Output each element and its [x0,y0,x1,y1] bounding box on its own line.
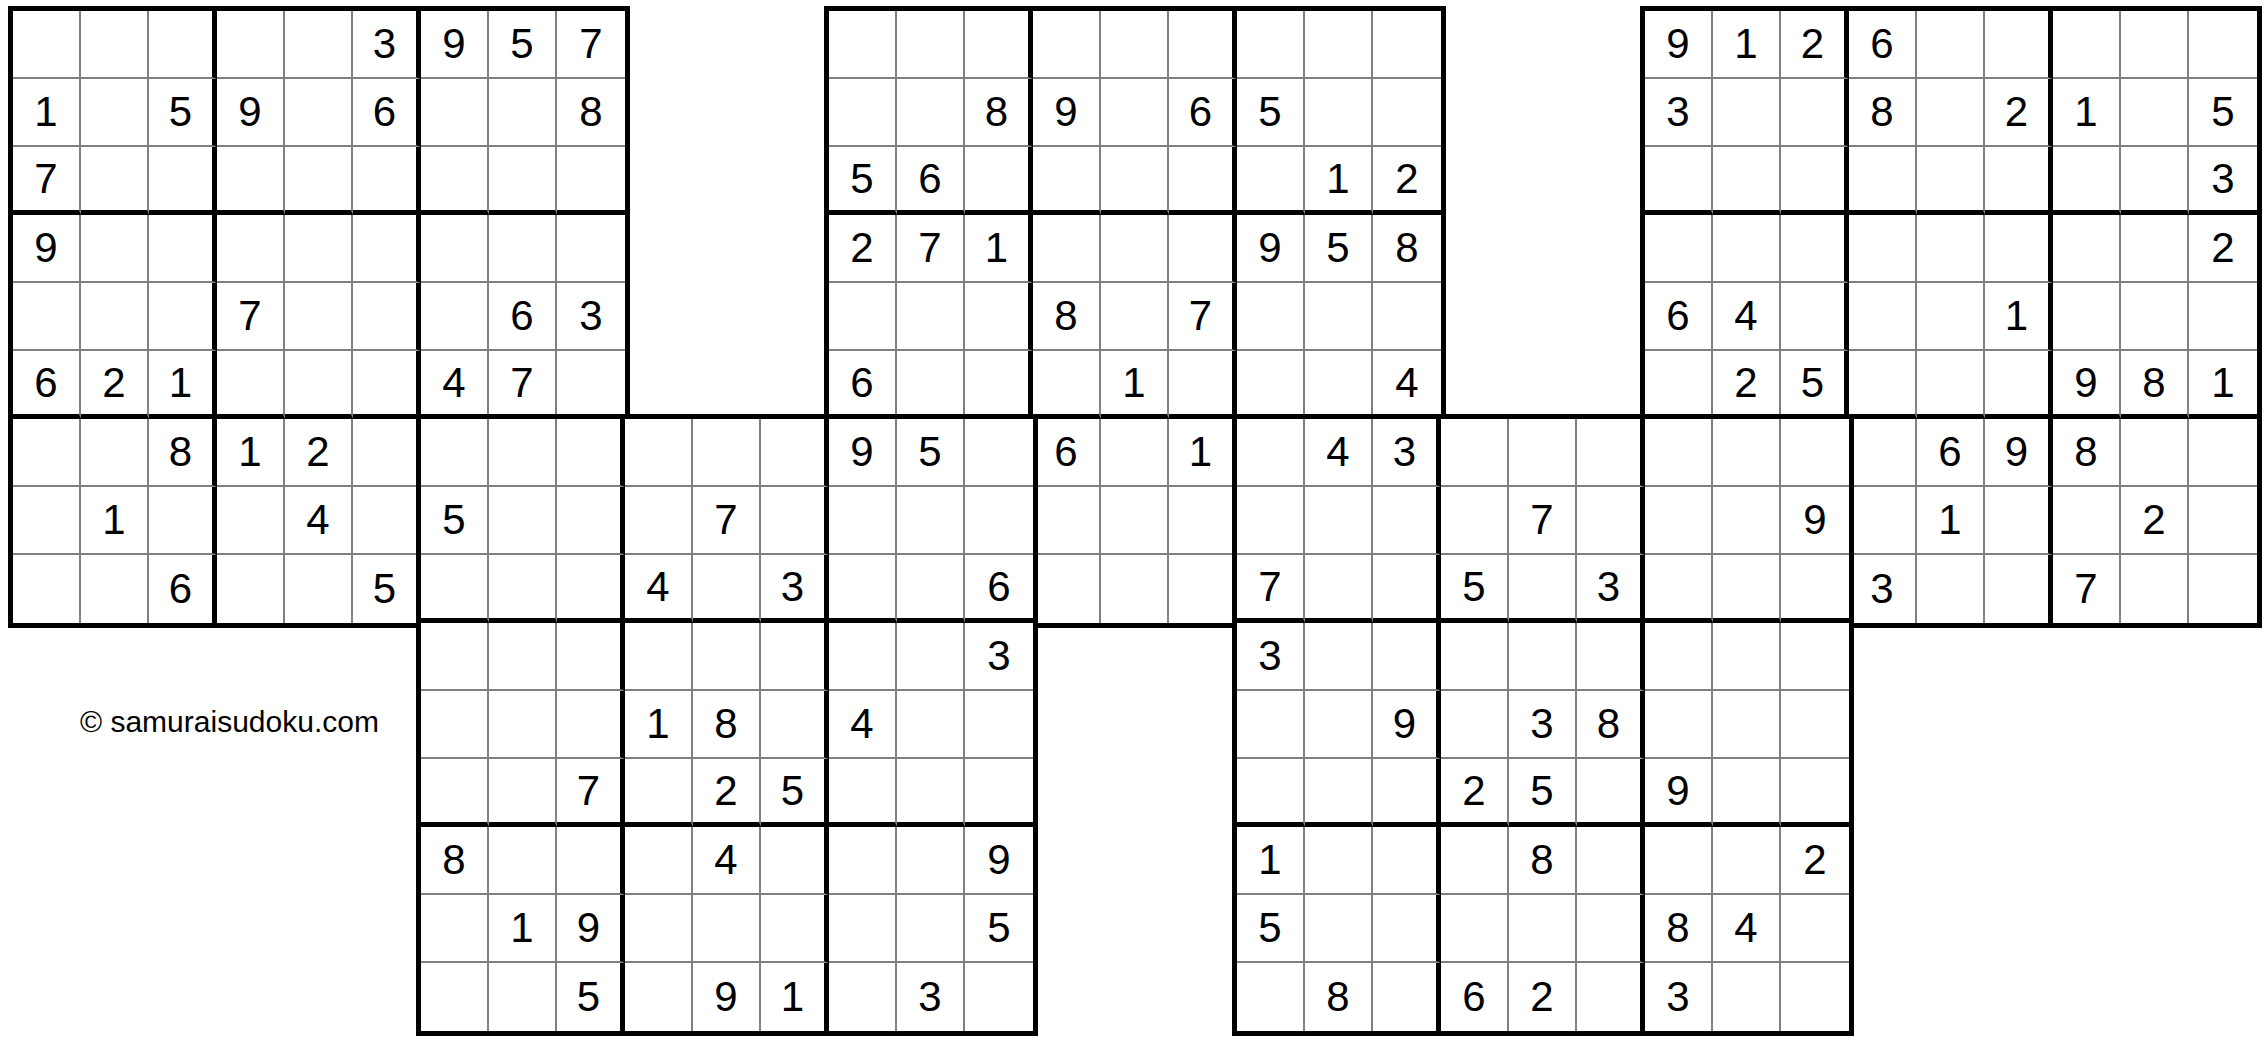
cell-top-middle-r1c8[interactable] [1373,79,1441,147]
cell-top-right-r2c7[interactable] [2121,147,2189,215]
cell-top-left-r8c2: 6 [149,555,217,623]
cell-top-left-r6c3: 1 [217,419,285,487]
cell-top-left-r0c4[interactable] [285,11,353,79]
cell-top-left-r8c4[interactable] [285,555,353,623]
cell-bottom-left-r3c3[interactable] [625,623,693,691]
cell-top-left-r2c4[interactable] [285,147,353,215]
cell-top-right-r7c8[interactable] [2189,487,2257,555]
cell-bottom-left-r0c8[interactable] [965,419,1033,487]
cell-top-right-r0c7[interactable] [2121,11,2189,79]
cell-top-right-r4c7[interactable] [2121,283,2189,351]
cell-bottom-left-r5c8[interactable] [965,759,1033,827]
cell-top-left-r1c6[interactable] [421,79,489,147]
cell-bottom-left-r8c8[interactable] [965,963,1033,1031]
grid-bottom-left: 955743631847258491955913 [416,414,1038,1036]
cell-top-right-r8c4[interactable] [1917,555,1985,623]
cell-top-middle-r5c3[interactable] [1033,351,1101,419]
cell-bottom-left-r5c2: 7 [557,759,625,827]
copyright-text: © samuraisudoku.com [80,705,379,739]
cell-top-middle-r4c0[interactable] [829,283,897,351]
cell-top-middle-r5c8: 4 [1373,351,1441,419]
cell-top-right-r3c3[interactable] [1849,215,1917,283]
cell-top-left-r3c8[interactable] [557,215,625,283]
cell-top-right-r3c1[interactable] [1713,215,1781,283]
cell-bottom-right-r8c2[interactable] [1373,963,1441,1031]
cell-bottom-right-r2c7[interactable] [1713,555,1781,623]
cell-bottom-right-r0c1: 4 [1305,419,1373,487]
cell-top-middle-r0c5[interactable] [1169,11,1237,79]
cell-top-right-r1c7[interactable] [2121,79,2189,147]
cell-top-middle-r5c0: 6 [829,351,897,419]
cell-top-left-r5c3[interactable] [217,351,285,419]
cell-top-middle-r0c6[interactable] [1237,11,1305,79]
cell-top-middle-r3c2: 1 [965,215,1033,283]
cell-top-right-r5c5[interactable] [1985,351,2053,419]
cell-bottom-left-r5c7[interactable] [897,759,965,827]
cell-top-right-r1c1[interactable] [1713,79,1781,147]
cell-top-left-r0c1[interactable] [81,11,149,79]
cell-top-right-r5c4[interactable] [1917,351,1985,419]
cell-bottom-left-r3c2[interactable] [557,623,625,691]
cell-top-left-r3c1[interactable] [81,215,149,283]
cell-bottom-left-r2c4[interactable] [693,555,761,623]
cell-top-left-r0c0[interactable] [13,11,81,79]
cell-bottom-left-r2c2[interactable] [557,555,625,623]
cell-top-left-r8c0[interactable] [13,555,81,623]
cell-top-left-r4c0[interactable] [13,283,81,351]
cell-top-middle-r0c1[interactable] [897,11,965,79]
cell-bottom-left-r1c6[interactable] [829,487,897,555]
cell-top-left-r5c4[interactable] [285,351,353,419]
cell-top-left-r3c2[interactable] [149,215,217,283]
cell-top-left-r0c2[interactable] [149,11,217,79]
cell-top-middle-r4c1[interactable] [897,283,965,351]
cell-bottom-left-r1c2[interactable] [557,487,625,555]
cell-top-left-r8c1[interactable] [81,555,149,623]
cell-top-left-r5c8[interactable] [557,351,625,419]
cell-bottom-right-r3c5[interactable] [1577,623,1645,691]
cell-bottom-left-r3c4[interactable] [693,623,761,691]
cell-top-right-r0c8[interactable] [2189,11,2257,79]
cell-top-left-r7c3[interactable] [217,487,285,555]
cell-bottom-right-r8c8[interactable] [1781,963,1849,1031]
cell-top-left-r4c4[interactable] [285,283,353,351]
cell-bottom-right-r5c7[interactable] [1713,759,1781,827]
cell-bottom-right-r6c7[interactable] [1713,827,1781,895]
cell-top-left-r3c6[interactable] [421,215,489,283]
cell-top-right-r5c0[interactable] [1645,351,1713,419]
cell-top-left-r7c0[interactable] [13,487,81,555]
cell-bottom-left-r6c8: 9 [965,827,1033,895]
cell-top-middle-r0c7[interactable] [1305,11,1373,79]
cell-top-left-r0c3[interactable] [217,11,285,79]
cell-bottom-left-r0c4[interactable] [693,419,761,487]
cell-bottom-left-r1c3[interactable] [625,487,693,555]
cell-top-middle-r1c6: 5 [1237,79,1305,147]
cell-bottom-right-r7c5[interactable] [1577,895,1645,963]
cell-bottom-right-r1c3[interactable] [1441,487,1509,555]
cell-top-left-r2c7[interactable] [489,147,557,215]
cell-top-middle-r7c4[interactable] [1101,487,1169,555]
cell-top-left-r3c7[interactable] [489,215,557,283]
cell-bottom-right-r5c0[interactable] [1237,759,1305,827]
cell-bottom-right-r6c3[interactable] [1441,827,1509,895]
samurai-board: © samuraisudoku.com 39571596879763621478… [0,0,2264,1050]
cell-top-right-r2c3[interactable] [1849,147,1917,215]
cell-top-middle-r5c5[interactable] [1169,351,1237,419]
cell-top-middle-r1c1[interactable] [897,79,965,147]
cell-bottom-left-r7c6[interactable] [829,895,897,963]
cell-bottom-right-r8c5[interactable] [1577,963,1645,1031]
cell-top-middle-r4c5: 7 [1169,283,1237,351]
cell-bottom-right-r1c6[interactable] [1645,487,1713,555]
cell-bottom-left-r2c7[interactable] [897,555,965,623]
cell-top-middle-r3c6: 9 [1237,215,1305,283]
cell-top-left-r3c5[interactable] [353,215,421,283]
cell-bottom-left-r1c5[interactable] [761,487,829,555]
cell-bottom-right-r8c0[interactable] [1237,963,1305,1031]
cell-top-left-r2c0: 7 [13,147,81,215]
cell-bottom-right-r5c4: 5 [1509,759,1577,827]
cell-bottom-right-r3c8[interactable] [1781,623,1849,691]
cell-top-left-r1c7[interactable] [489,79,557,147]
cell-top-right-r2c5[interactable] [1985,147,2053,215]
cell-bottom-right-r7c8[interactable] [1781,895,1849,963]
cell-top-left-r5c1: 2 [81,351,149,419]
cell-bottom-left-r6c6[interactable] [829,827,897,895]
cell-bottom-right-r2c6[interactable] [1645,555,1713,623]
cell-top-right-r1c2[interactable] [1781,79,1849,147]
cell-bottom-left-r1c7[interactable] [897,487,965,555]
cell-bottom-left-r5c6[interactable] [829,759,897,827]
cell-bottom-left-r8c3[interactable] [625,963,693,1031]
cell-bottom-right-r8c6: 3 [1645,963,1713,1031]
cell-bottom-right-r7c2[interactable] [1373,895,1441,963]
cell-bottom-left-r3c6[interactable] [829,623,897,691]
cell-top-right-r0c6[interactable] [2053,11,2121,79]
cell-bottom-right-r7c0: 5 [1237,895,1305,963]
cell-top-left-r8c5: 5 [353,555,421,623]
cell-bottom-right-r6c2[interactable] [1373,827,1441,895]
cell-top-right-r5c2: 5 [1781,351,1849,419]
cell-top-right-r5c3[interactable] [1849,351,1917,419]
cell-top-right-r8c7[interactable] [2121,555,2189,623]
cell-top-middle-r8c5[interactable] [1169,555,1237,623]
cell-top-middle-r0c0[interactable] [829,11,897,79]
cell-top-middle-r7c3[interactable] [1033,487,1101,555]
cell-bottom-right-r2c0: 7 [1237,555,1305,623]
cell-bottom-left-r5c0[interactable] [421,759,489,827]
cell-top-middle-r4c7[interactable] [1305,283,1373,351]
cell-top-left-r6c2: 8 [149,419,217,487]
cell-top-middle-r2c4[interactable] [1101,147,1169,215]
cell-top-left-r1c1[interactable] [81,79,149,147]
cell-bottom-right-r7c3[interactable] [1441,895,1509,963]
cell-bottom-left-r7c4[interactable] [693,895,761,963]
cell-bottom-right-r6c5[interactable] [1577,827,1645,895]
cell-top-right-r8c5[interactable] [1985,555,2053,623]
cell-bottom-left-r7c7[interactable] [897,895,965,963]
cell-bottom-left-r0c2[interactable] [557,419,625,487]
cell-bottom-left-r4c8[interactable] [965,691,1033,759]
cell-bottom-right-r1c0[interactable] [1237,487,1305,555]
cell-top-middle-r3c4[interactable] [1101,215,1169,283]
cell-top-right-r0c3: 6 [1849,11,1917,79]
cell-top-right-r4c2[interactable] [1781,283,1849,351]
cell-top-left-r7c5[interactable] [353,487,421,555]
cell-bottom-left-r1c1[interactable] [489,487,557,555]
cell-bottom-right-r0c4[interactable] [1509,419,1577,487]
cell-top-middle-r2c3[interactable] [1033,147,1101,215]
cell-top-left-r0c5: 3 [353,11,421,79]
cell-bottom-left-r8c1[interactable] [489,963,557,1031]
cell-bottom-right-r2c2[interactable] [1373,555,1441,623]
cell-top-right-r3c6[interactable] [2053,215,2121,283]
cell-bottom-right-r3c7[interactable] [1713,623,1781,691]
cell-top-middle-r5c6[interactable] [1237,351,1305,419]
cell-top-middle-r0c8[interactable] [1373,11,1441,79]
cell-top-left-r3c4[interactable] [285,215,353,283]
cell-bottom-left-r0c5[interactable] [761,419,829,487]
cell-top-right-r2c0[interactable] [1645,147,1713,215]
cell-bottom-left-r6c3[interactable] [625,827,693,895]
cell-top-right-r5c1: 2 [1713,351,1781,419]
cell-top-left-r1c5: 6 [353,79,421,147]
cell-top-right-r0c4[interactable] [1917,11,1985,79]
cell-top-middle-r4c2[interactable] [965,283,1033,351]
cell-bottom-right-r7c1[interactable] [1305,895,1373,963]
cell-bottom-left-r0c3[interactable] [625,419,693,487]
cell-top-left-r4c5[interactable] [353,283,421,351]
cell-top-right-r3c5[interactable] [1985,215,2053,283]
cell-top-right-r1c3: 8 [1849,79,1917,147]
cell-bottom-right-r0c5[interactable] [1577,419,1645,487]
cell-top-middle-r6c4[interactable] [1101,419,1169,487]
cell-top-right-r3c4[interactable] [1917,215,1985,283]
cell-top-left-r6c1[interactable] [81,419,149,487]
cell-bottom-left-r4c4: 8 [693,691,761,759]
cell-top-middle-r3c7: 5 [1305,215,1373,283]
cell-top-middle-r5c1[interactable] [897,351,965,419]
cell-top-middle-r7c5[interactable] [1169,487,1237,555]
cell-top-left-r7c4: 4 [285,487,353,555]
cell-bottom-left-r5c5: 5 [761,759,829,827]
cell-bottom-right-r3c0: 3 [1237,623,1305,691]
cell-top-right-r4c8[interactable] [2189,283,2257,351]
cell-bottom-right-r1c7[interactable] [1713,487,1781,555]
cell-top-middle-r3c3[interactable] [1033,215,1101,283]
cell-bottom-right-r3c4[interactable] [1509,623,1577,691]
cell-bottom-left-r0c1[interactable] [489,419,557,487]
cell-bottom-right-r5c5[interactable] [1577,759,1645,827]
cell-top-left-r5c5[interactable] [353,351,421,419]
cell-bottom-left-r3c0[interactable] [421,623,489,691]
cell-bottom-right-r4c0[interactable] [1237,691,1305,759]
cell-top-middle-r0c3[interactable] [1033,11,1101,79]
cell-bottom-right-r5c1[interactable] [1305,759,1373,827]
cell-top-middle-r2c5[interactable] [1169,147,1237,215]
cell-top-middle-r1c0[interactable] [829,79,897,147]
cell-bottom-right-r6c6[interactable] [1645,827,1713,895]
cell-bottom-left-r3c7[interactable] [897,623,965,691]
cell-top-left-r1c4[interactable] [285,79,353,147]
cell-top-right-r6c7[interactable] [2121,419,2189,487]
cell-bottom-left-r4c1[interactable] [489,691,557,759]
cell-top-left-r2c1[interactable] [81,147,149,215]
cell-top-right-r2c1[interactable] [1713,147,1781,215]
cell-bottom-left-r4c7[interactable] [897,691,965,759]
cell-bottom-right-r2c4[interactable] [1509,555,1577,623]
cell-top-right-r8c6: 7 [2053,555,2121,623]
cell-bottom-right-r4c8[interactable] [1781,691,1849,759]
cell-top-right-r4c4[interactable] [1917,283,1985,351]
cell-top-middle-r4c8[interactable] [1373,283,1441,351]
cell-top-right-r0c5[interactable] [1985,11,2053,79]
cell-top-middle-r4c6[interactable] [1237,283,1305,351]
cell-top-middle-r2c2[interactable] [965,147,1033,215]
cell-bottom-left-r6c2[interactable] [557,827,625,895]
cell-bottom-right-r4c5: 8 [1577,691,1645,759]
cell-top-right-r4c5: 1 [1985,283,2053,351]
cell-top-middle-r5c7[interactable] [1305,351,1373,419]
cell-bottom-left-r3c5[interactable] [761,623,829,691]
cell-bottom-left-r3c1[interactable] [489,623,557,691]
cell-top-right-r1c4[interactable] [1917,79,1985,147]
cell-bottom-right-r5c8[interactable] [1781,759,1849,827]
cell-bottom-right-r1c1[interactable] [1305,487,1373,555]
cell-top-middle-r2c1: 6 [897,147,965,215]
cell-bottom-left-r8c5: 1 [761,963,829,1031]
cell-bottom-left-r8c0[interactable] [421,963,489,1031]
cell-bottom-right-r2c1[interactable] [1305,555,1373,623]
cell-bottom-right-r3c3[interactable] [1441,623,1509,691]
cell-top-right-r2c8: 3 [2189,147,2257,215]
cell-top-right-r4c6[interactable] [2053,283,2121,351]
cell-bottom-right-r0c3[interactable] [1441,419,1509,487]
cell-bottom-left-r2c0[interactable] [421,555,489,623]
cell-top-right-r4c3[interactable] [1849,283,1917,351]
cell-top-middle-r0c2[interactable] [965,11,1033,79]
cell-bottom-right-r4c1[interactable] [1305,691,1373,759]
cell-bottom-right-r3c6[interactable] [1645,623,1713,691]
cell-bottom-right-r8c7[interactable] [1713,963,1781,1031]
cell-bottom-left-r1c8[interactable] [965,487,1033,555]
cell-bottom-right-r6c1[interactable] [1305,827,1373,895]
cell-top-middle-r0c4[interactable] [1101,11,1169,79]
cell-top-middle-r3c5[interactable] [1169,215,1237,283]
cell-top-right-r2c6[interactable] [2053,147,2121,215]
cell-bottom-left-r7c0[interactable] [421,895,489,963]
cell-bottom-right-r0c0[interactable] [1237,419,1305,487]
cell-top-middle-r1c7[interactable] [1305,79,1373,147]
cell-bottom-left-r6c1[interactable] [489,827,557,895]
cell-top-left-r2c8[interactable] [557,147,625,215]
cell-top-right-r7c5[interactable] [1985,487,2053,555]
cell-bottom-left-r4c2[interactable] [557,691,625,759]
cell-bottom-right-r4c7[interactable] [1713,691,1781,759]
cell-top-right-r7c3[interactable] [1849,487,1917,555]
cell-top-left-r2c5[interactable] [353,147,421,215]
cell-top-right-r2c4[interactable] [1917,147,1985,215]
cell-bottom-right-r3c1[interactable] [1305,623,1373,691]
cell-bottom-left-r2c6[interactable] [829,555,897,623]
cell-top-middle-r5c2[interactable] [965,351,1033,419]
cell-top-right-r3c7[interactable] [2121,215,2189,283]
cell-top-left-r0c6: 9 [421,11,489,79]
cell-bottom-right-r0c6[interactable] [1645,419,1713,487]
cell-top-left-r4c1[interactable] [81,283,149,351]
cell-top-middle-r1c4[interactable] [1101,79,1169,147]
cell-bottom-left-r3c8: 3 [965,623,1033,691]
grid-bottom-right: 437975339382591825848623 [1232,414,1854,1036]
cell-bottom-left-r6c7[interactable] [897,827,965,895]
cell-top-right-r7c6[interactable] [2053,487,2121,555]
cell-top-middle-r8c4[interactable] [1101,555,1169,623]
cell-top-left-r6c5[interactable] [353,419,421,487]
cell-bottom-right-r4c3[interactable] [1441,691,1509,759]
cell-bottom-right-r3c2[interactable] [1373,623,1441,691]
cell-bottom-left-r0c0[interactable] [421,419,489,487]
cell-top-left-r2c3[interactable] [217,147,285,215]
cell-bottom-right-r0c7[interactable] [1713,419,1781,487]
cell-bottom-right-r0c8[interactable] [1781,419,1849,487]
cell-bottom-left-r4c5[interactable] [761,691,829,759]
cell-bottom-left-r6c5[interactable] [761,827,829,895]
cell-top-left-r5c2: 1 [149,351,217,419]
cell-bottom-left-r4c0[interactable] [421,691,489,759]
cell-bottom-right-r6c4: 8 [1509,827,1577,895]
cell-bottom-left-r5c1[interactable] [489,759,557,827]
cell-top-left-r6c0[interactable] [13,419,81,487]
cell-top-left-r4c2[interactable] [149,283,217,351]
cell-top-right-r8c8[interactable] [2189,555,2257,623]
cell-top-right-r1c8: 5 [2189,79,2257,147]
cell-top-right-r2c2[interactable] [1781,147,1849,215]
cell-top-right-r3c2[interactable] [1781,215,1849,283]
cell-bottom-left-r7c5[interactable] [761,895,829,963]
cell-top-left-r2c2[interactable] [149,147,217,215]
cell-bottom-left-r2c1[interactable] [489,555,557,623]
cell-bottom-right-r1c5[interactable] [1577,487,1645,555]
cell-top-left-r4c7: 6 [489,283,557,351]
cell-top-right-r6c3[interactable] [1849,419,1917,487]
cell-top-middle-r8c3[interactable] [1033,555,1101,623]
cell-top-right-r0c2: 2 [1781,11,1849,79]
cell-top-left-r2c6[interactable] [421,147,489,215]
cell-bottom-right-r4c6[interactable] [1645,691,1713,759]
cell-bottom-left-r7c8: 5 [965,895,1033,963]
cell-top-left-r4c6[interactable] [421,283,489,351]
cell-top-right-r6c8[interactable] [2189,419,2257,487]
cell-bottom-right-r1c2[interactable] [1373,487,1441,555]
cell-top-left-r8c3[interactable] [217,555,285,623]
cell-bottom-right-r5c2[interactable] [1373,759,1441,827]
cell-bottom-left-r7c3[interactable] [625,895,693,963]
cell-bottom-left-r5c3[interactable] [625,759,693,827]
cell-top-left-r3c3[interactable] [217,215,285,283]
cell-bottom-right-r7c4[interactable] [1509,895,1577,963]
cell-bottom-left-r8c6[interactable] [829,963,897,1031]
cell-top-middle-r6c3: 6 [1033,419,1101,487]
cell-top-right-r6c6: 8 [2053,419,2121,487]
cell-bottom-right-r2c8[interactable] [1781,555,1849,623]
cell-bottom-left-r2c5: 3 [761,555,829,623]
cell-top-right-r1c5: 2 [1985,79,2053,147]
cell-top-middle-r4c4[interactable] [1101,283,1169,351]
cell-top-left-r7c2[interactable] [149,487,217,555]
cell-top-middle-r2c6[interactable] [1237,147,1305,215]
cell-top-right-r3c0[interactable] [1645,215,1713,283]
